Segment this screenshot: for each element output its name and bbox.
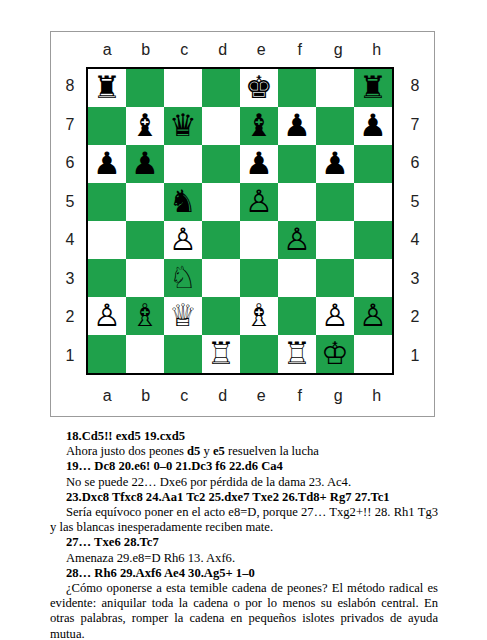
comment-bold-e5: e5 — [213, 444, 225, 458]
rank-label-1: 1 — [59, 337, 81, 376]
square-f4: ♙ — [278, 221, 316, 259]
square-b7: ♝ — [126, 107, 164, 145]
file-label-b: b — [127, 38, 166, 62]
square-h6 — [354, 145, 392, 183]
black-pawn-piece: ♟ — [359, 106, 387, 144]
white-knight-piece: ♘ — [169, 258, 197, 296]
square-b6: ♟ — [126, 145, 164, 183]
square-h2: ♙ — [354, 297, 392, 335]
square-a2: ♙ — [88, 297, 126, 335]
move-line-23-27: 23.Dxc8 Tfxc8 24.Aa1 Tc2 25.dxe7 Txe2 26… — [50, 490, 438, 505]
rank-labels-left: 87654321 — [59, 67, 81, 375]
square-g1: ♔ — [316, 335, 354, 373]
rank-label-7: 7 — [59, 106, 81, 145]
square-a6: ♟ — [88, 145, 126, 183]
white-pawn-piece: ♙ — [93, 296, 121, 334]
chess-board: ♜♚♜♝♛♝♟♟♟♟♟♟♞♙♙♙♘♙♗♕♗♙♙♖♖♔ — [86, 67, 394, 375]
square-b8 — [126, 69, 164, 107]
square-g4 — [316, 221, 354, 259]
file-label-c: c — [165, 38, 204, 62]
file-label-d: d — [204, 384, 243, 408]
square-e4 — [240, 221, 278, 259]
square-f2 — [278, 297, 316, 335]
square-b2: ♗ — [126, 297, 164, 335]
rank-label-5: 5 — [404, 183, 426, 222]
rank-label-3: 3 — [59, 260, 81, 299]
square-f6 — [278, 145, 316, 183]
square-h7: ♟ — [354, 107, 392, 145]
white-pawn-piece: ♙ — [321, 296, 349, 334]
white-queen-piece: ♕ — [169, 296, 197, 334]
file-label-g: g — [319, 384, 358, 408]
square-h8: ♜ — [354, 69, 392, 107]
move-line-28-30: 28… Rh6 29.Axf6 Ae4 30.Ag5+ 1–0 — [50, 566, 438, 581]
square-f1: ♖ — [278, 335, 316, 373]
square-g8 — [316, 69, 354, 107]
square-a5 — [88, 183, 126, 221]
file-label-c: c — [165, 384, 204, 408]
square-f5 — [278, 183, 316, 221]
file-label-a: a — [88, 384, 127, 408]
square-g5 — [316, 183, 354, 221]
square-e5: ♙ — [240, 183, 278, 221]
black-knight-piece: ♞ — [169, 182, 197, 220]
square-d8 — [202, 69, 240, 107]
white-pawn-piece: ♙ — [245, 182, 273, 220]
white-rook-piece: ♖ — [207, 334, 235, 372]
file-label-a: a — [88, 38, 127, 62]
square-d2 — [202, 297, 240, 335]
square-h3 — [354, 259, 392, 297]
square-h4 — [354, 221, 392, 259]
square-a4 — [88, 221, 126, 259]
square-d3 — [202, 259, 240, 297]
square-d1: ♖ — [202, 335, 240, 373]
black-queen-piece: ♛ — [169, 106, 197, 144]
square-a8: ♜ — [88, 69, 126, 107]
comment-text: y — [200, 444, 213, 458]
file-label-g: g — [319, 38, 358, 62]
rank-label-4: 4 — [404, 221, 426, 260]
square-e2: ♗ — [240, 297, 278, 335]
chess-diagram-frame: abcdefgh 87654321 ♜♚♜♝♛♝♟♟♟♟♟♟♞♙♙♙♘♙♗♕♗♙… — [50, 31, 435, 417]
comment-line-1: Ahora justo dos peones d5 y e5 resuelven… — [50, 444, 438, 459]
file-label-e: e — [242, 38, 281, 62]
white-bishop-piece: ♗ — [245, 296, 273, 334]
square-g7 — [316, 107, 354, 145]
square-f8 — [278, 69, 316, 107]
black-king-piece: ♚ — [245, 68, 273, 106]
white-king-piece: ♔ — [321, 334, 349, 372]
black-pawn-piece: ♟ — [321, 144, 349, 182]
square-e3 — [240, 259, 278, 297]
file-label-e: e — [242, 384, 281, 408]
square-c6 — [164, 145, 202, 183]
comment-paragraph-final: ¿Cómo oponerse a esta temible cadena de … — [50, 581, 438, 640]
square-h5 — [354, 183, 392, 221]
file-label-h: h — [358, 38, 397, 62]
black-pawn-piece: ♟ — [283, 106, 311, 144]
square-a3 — [88, 259, 126, 297]
square-a7 — [88, 107, 126, 145]
file-labels-bottom: abcdefgh — [88, 384, 396, 408]
rank-label-8: 8 — [59, 67, 81, 106]
square-g2: ♙ — [316, 297, 354, 335]
move-line-27-28: 27… Txe6 28.Tc7 — [50, 535, 438, 550]
comment-line-3: Sería equívoco poner en el acto e8=D, po… — [50, 505, 438, 535]
file-label-d: d — [204, 38, 243, 62]
square-b4 — [126, 221, 164, 259]
square-d4 — [202, 221, 240, 259]
white-rook-piece: ♖ — [283, 334, 311, 372]
file-labels-top: abcdefgh — [88, 38, 396, 62]
comment-text: resuelven la lucha — [225, 444, 319, 458]
white-pawn-piece: ♙ — [283, 220, 311, 258]
square-h1 — [354, 335, 392, 373]
rank-label-3: 3 — [404, 260, 426, 299]
white-pawn-piece: ♙ — [359, 296, 387, 334]
square-g6: ♟ — [316, 145, 354, 183]
black-rook-piece: ♜ — [93, 68, 121, 106]
square-e8: ♚ — [240, 69, 278, 107]
square-e7: ♝ — [240, 107, 278, 145]
square-c5: ♞ — [164, 183, 202, 221]
file-label-f: f — [281, 38, 320, 62]
book-page: abcdefgh 87654321 ♜♚♜♝♛♝♟♟♟♟♟♟♞♙♙♙♘♙♗♕♗♙… — [0, 0, 487, 640]
square-c1 — [164, 335, 202, 373]
square-b3 — [126, 259, 164, 297]
square-e1 — [240, 335, 278, 373]
square-f3 — [278, 259, 316, 297]
black-rook-piece: ♜ — [359, 68, 387, 106]
rank-labels-right: 87654321 — [404, 67, 426, 375]
white-bishop-piece: ♗ — [131, 296, 159, 334]
move-line-18: 18.Cd5!! exd5 19.cxd5 — [50, 429, 438, 444]
square-d6 — [202, 145, 240, 183]
comment-text: Ahora justo dos peones — [66, 444, 187, 458]
square-c8 — [164, 69, 202, 107]
rank-label-2: 2 — [404, 298, 426, 337]
square-b5 — [126, 183, 164, 221]
black-bishop-piece: ♝ — [131, 106, 159, 144]
black-pawn-piece: ♟ — [245, 144, 273, 182]
square-d5 — [202, 183, 240, 221]
square-c3: ♘ — [164, 259, 202, 297]
rank-label-4: 4 — [59, 221, 81, 260]
file-label-h: h — [358, 384, 397, 408]
square-f7: ♟ — [278, 107, 316, 145]
comment-line-4: Amenaza 29.e8=D Rh6 13. Axf6. — [50, 551, 438, 566]
move-line-19-22: 19… Dc8 20.e6! 0–0 21.Dc3 f6 22.d6 Ca4 — [50, 459, 438, 474]
file-label-f: f — [281, 384, 320, 408]
square-g3 — [316, 259, 354, 297]
black-pawn-piece: ♟ — [93, 144, 121, 182]
rank-label-8: 8 — [404, 67, 426, 106]
comment-bold-d5: d5 — [187, 444, 200, 458]
black-bishop-piece: ♝ — [245, 106, 273, 144]
square-e6: ♟ — [240, 145, 278, 183]
square-c4: ♙ — [164, 221, 202, 259]
black-pawn-piece: ♟ — [131, 144, 159, 182]
analysis-text: 18.Cd5!! exd5 19.cxd5 Ahora justo dos pe… — [50, 429, 438, 640]
rank-label-2: 2 — [59, 298, 81, 337]
white-pawn-piece: ♙ — [169, 220, 197, 258]
file-label-b: b — [127, 384, 166, 408]
square-a1 — [88, 335, 126, 373]
rank-label-6: 6 — [59, 144, 81, 183]
rank-label-6: 6 — [404, 144, 426, 183]
rank-label-1: 1 — [404, 337, 426, 376]
square-c7: ♛ — [164, 107, 202, 145]
square-b1 — [126, 335, 164, 373]
rank-label-7: 7 — [404, 106, 426, 145]
square-c2: ♕ — [164, 297, 202, 335]
comment-line-2: No se puede 22… Dxe6 por pérdida de la d… — [50, 475, 438, 490]
square-d7 — [202, 107, 240, 145]
rank-label-5: 5 — [59, 183, 81, 222]
